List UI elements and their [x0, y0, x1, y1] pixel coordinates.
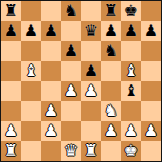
square-b3[interactable] [21, 101, 41, 121]
square-g5[interactable]: ♝ [121, 61, 141, 81]
black-pawn-e5: ♟ [84, 61, 98, 81]
square-g1[interactable]: ♚ [121, 141, 141, 161]
square-f5[interactable] [101, 61, 121, 81]
black-rook-f8: ♜ [104, 1, 118, 21]
white-pawn-f2: ♟ [104, 121, 118, 141]
square-g7[interactable]: ♟ [121, 21, 141, 41]
white-pawn-a2: ♟ [4, 121, 18, 141]
square-f7[interactable]: ♟ [101, 21, 121, 41]
black-pawn-c7: ♟ [44, 21, 58, 41]
black-king-g8: ♚ [124, 1, 138, 21]
square-d3[interactable] [61, 101, 81, 121]
square-e7[interactable]: ♛ [81, 21, 101, 41]
square-f8[interactable]: ♜ [101, 1, 121, 21]
square-g2[interactable]: ♟ [121, 121, 141, 141]
square-d7[interactable] [61, 21, 81, 41]
white-pawn-c3: ♟ [44, 101, 58, 121]
square-e2[interactable] [81, 121, 101, 141]
square-h4[interactable] [141, 81, 161, 101]
white-queen-d1: ♛ [64, 141, 78, 161]
black-pawn-g7: ♟ [124, 21, 138, 41]
white-pawn-e4: ♟ [84, 81, 98, 101]
square-g3[interactable] [121, 101, 141, 121]
square-d1[interactable]: ♛ [61, 141, 81, 161]
black-bishop-g4: ♝ [124, 81, 138, 101]
square-f4[interactable] [101, 81, 121, 101]
square-b4[interactable] [21, 81, 41, 101]
square-e3[interactable] [81, 101, 101, 121]
black-pawn-b7: ♟ [24, 21, 38, 41]
square-g6[interactable] [121, 41, 141, 61]
square-a4[interactable] [1, 81, 21, 101]
square-f6[interactable]: ♞ [101, 41, 121, 61]
square-d5[interactable] [61, 61, 81, 81]
black-pawn-f7: ♟ [104, 21, 118, 41]
square-f1[interactable] [101, 141, 121, 161]
square-e1[interactable]: ♜ [81, 141, 101, 161]
square-d2[interactable] [61, 121, 81, 141]
black-pawn-d6: ♟ [64, 41, 78, 61]
square-a3[interactable] [1, 101, 21, 121]
square-c3[interactable]: ♟ [41, 101, 61, 121]
square-c2[interactable]: ♟ [41, 121, 61, 141]
square-c1[interactable] [41, 141, 61, 161]
white-pawn-d4: ♟ [64, 81, 78, 101]
black-pawn-h7: ♟ [144, 21, 158, 41]
square-e8[interactable] [81, 1, 101, 21]
black-knight-d8: ♞ [64, 1, 78, 21]
square-b1[interactable] [21, 141, 41, 161]
square-a7[interactable]: ♟ [1, 21, 21, 41]
white-pawn-h2: ♟ [144, 121, 158, 141]
black-pawn-a7: ♟ [4, 21, 18, 41]
square-h8[interactable] [141, 1, 161, 21]
square-f3[interactable]: ♞ [101, 101, 121, 121]
white-pawn-c2: ♟ [44, 121, 58, 141]
square-d4[interactable]: ♟ [61, 81, 81, 101]
white-king-g1: ♚ [124, 141, 138, 161]
square-c6[interactable] [41, 41, 61, 61]
square-e4[interactable]: ♟ [81, 81, 101, 101]
square-g8[interactable]: ♚ [121, 1, 141, 21]
square-a6[interactable] [1, 41, 21, 61]
square-h1[interactable] [141, 141, 161, 161]
white-pawn-g2: ♟ [124, 121, 138, 141]
black-rook-a8: ♜ [4, 1, 18, 21]
white-rook-e1: ♜ [84, 141, 98, 161]
square-c4[interactable] [41, 81, 61, 101]
white-bishop-g5: ♝ [124, 61, 138, 81]
square-a5[interactable] [1, 61, 21, 81]
square-f2[interactable]: ♟ [101, 121, 121, 141]
square-g4[interactable]: ♝ [121, 81, 141, 101]
square-c5[interactable] [41, 61, 61, 81]
square-h6[interactable] [141, 41, 161, 61]
square-a1[interactable]: ♜ [1, 141, 21, 161]
square-d8[interactable]: ♞ [61, 1, 81, 21]
square-b5[interactable]: ♝ [21, 61, 41, 81]
square-e5[interactable]: ♟ [81, 61, 101, 81]
square-h5[interactable] [141, 61, 161, 81]
white-bishop-b5: ♝ [24, 61, 38, 81]
square-h2[interactable]: ♟ [141, 121, 161, 141]
square-h3[interactable] [141, 101, 161, 121]
square-c7[interactable]: ♟ [41, 21, 61, 41]
black-knight-f6: ♞ [104, 41, 118, 61]
square-e6[interactable] [81, 41, 101, 61]
square-b2[interactable] [21, 121, 41, 141]
white-knight-f3: ♞ [104, 101, 118, 121]
chess-board: ♜♞♜♚♟♟♟♛♟♟♟♟♞♝♟♝♟♟♝♟♞♟♟♟♟♟♜♛♜♚ [0, 0, 162, 162]
square-b6[interactable] [21, 41, 41, 61]
square-b7[interactable]: ♟ [21, 21, 41, 41]
black-queen-e7: ♛ [84, 21, 98, 41]
white-rook-a1: ♜ [4, 141, 18, 161]
square-h7[interactable]: ♟ [141, 21, 161, 41]
square-a2[interactable]: ♟ [1, 121, 21, 141]
square-c8[interactable] [41, 1, 61, 21]
square-d6[interactable]: ♟ [61, 41, 81, 61]
square-b8[interactable] [21, 1, 41, 21]
square-a8[interactable]: ♜ [1, 1, 21, 21]
